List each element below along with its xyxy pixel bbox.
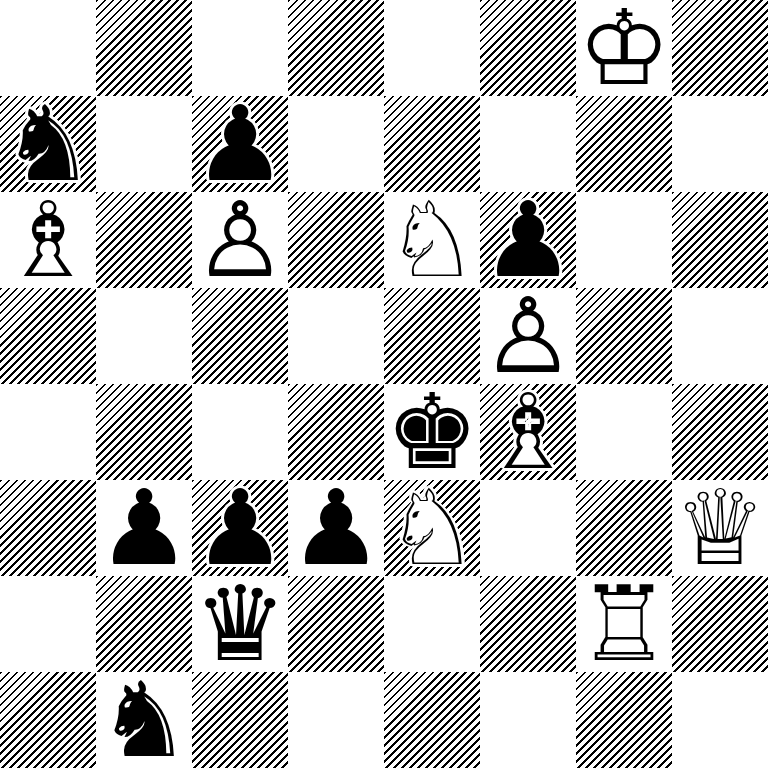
chessboard: ♚♔♞♞♟♟♝♗♟♙♞♘♟♟♟♙♚♚♝♗♟♟♟♟♟♟♞♘♛♕♛♛♜♖♞♞ xyxy=(0,0,768,768)
square-e6[interactable]: ♞♘ xyxy=(384,192,480,288)
square-d5[interactable] xyxy=(288,288,384,384)
square-h6[interactable] xyxy=(672,192,768,288)
square-b3[interactable]: ♟♟ xyxy=(96,480,192,576)
white-knight-icon: ♞♘ xyxy=(384,480,480,576)
square-a6[interactable]: ♝♗ xyxy=(0,192,96,288)
square-b7[interactable] xyxy=(96,96,192,192)
square-f4[interactable]: ♝♗ xyxy=(480,384,576,480)
square-e3[interactable]: ♞♘ xyxy=(384,480,480,576)
square-g7[interactable] xyxy=(576,96,672,192)
square-c2[interactable]: ♛♛ xyxy=(192,576,288,672)
square-f5[interactable]: ♟♙ xyxy=(480,288,576,384)
square-h5[interactable] xyxy=(672,288,768,384)
square-c6[interactable]: ♟♙ xyxy=(192,192,288,288)
square-h7[interactable] xyxy=(672,96,768,192)
square-b5[interactable] xyxy=(96,288,192,384)
square-d1[interactable] xyxy=(288,672,384,768)
black-knight-icon: ♞♞ xyxy=(96,672,192,768)
square-c3[interactable]: ♟♟ xyxy=(192,480,288,576)
square-g8[interactable]: ♚♔ xyxy=(576,0,672,96)
white-queen-icon: ♛♕ xyxy=(672,480,768,576)
black-pawn-icon: ♟♟ xyxy=(192,96,288,192)
square-e5[interactable] xyxy=(384,288,480,384)
black-pawn-icon: ♟♟ xyxy=(288,480,384,576)
white-bishop-icon: ♝♗ xyxy=(0,192,96,288)
square-g2[interactable]: ♜♖ xyxy=(576,576,672,672)
square-a3[interactable] xyxy=(0,480,96,576)
square-e4[interactable]: ♚♚ xyxy=(384,384,480,480)
square-g1[interactable] xyxy=(576,672,672,768)
black-pawn-icon: ♟♟ xyxy=(480,192,576,288)
white-pawn-icon: ♟♙ xyxy=(192,192,288,288)
square-g3[interactable] xyxy=(576,480,672,576)
square-a4[interactable] xyxy=(0,384,96,480)
square-b6[interactable] xyxy=(96,192,192,288)
square-f7[interactable] xyxy=(480,96,576,192)
square-e7[interactable] xyxy=(384,96,480,192)
white-pawn-icon: ♟♙ xyxy=(480,288,576,384)
square-c5[interactable] xyxy=(192,288,288,384)
square-e2[interactable] xyxy=(384,576,480,672)
square-c8[interactable] xyxy=(192,0,288,96)
white-rook-icon: ♜♖ xyxy=(576,576,672,672)
square-a1[interactable] xyxy=(0,672,96,768)
black-pawn-icon: ♟♟ xyxy=(192,480,288,576)
black-pawn-icon: ♟♟ xyxy=(96,480,192,576)
square-b8[interactable] xyxy=(96,0,192,96)
square-c7[interactable]: ♟♟ xyxy=(192,96,288,192)
square-f3[interactable] xyxy=(480,480,576,576)
square-d4[interactable] xyxy=(288,384,384,480)
square-a5[interactable] xyxy=(0,288,96,384)
square-h2[interactable] xyxy=(672,576,768,672)
square-f6[interactable]: ♟♟ xyxy=(480,192,576,288)
square-e8[interactable] xyxy=(384,0,480,96)
square-g6[interactable] xyxy=(576,192,672,288)
square-f1[interactable] xyxy=(480,672,576,768)
square-c4[interactable] xyxy=(192,384,288,480)
square-b4[interactable] xyxy=(96,384,192,480)
square-f8[interactable] xyxy=(480,0,576,96)
black-queen-icon: ♛♛ xyxy=(192,576,288,672)
square-c1[interactable] xyxy=(192,672,288,768)
square-a2[interactable] xyxy=(0,576,96,672)
square-d2[interactable] xyxy=(288,576,384,672)
square-b1[interactable]: ♞♞ xyxy=(96,672,192,768)
square-d3[interactable]: ♟♟ xyxy=(288,480,384,576)
square-a7[interactable]: ♞♞ xyxy=(0,96,96,192)
square-d6[interactable] xyxy=(288,192,384,288)
black-king-icon: ♚♚ xyxy=(384,384,480,480)
square-g4[interactable] xyxy=(576,384,672,480)
white-bishop-icon: ♝♗ xyxy=(480,384,576,480)
square-h3[interactable]: ♛♕ xyxy=(672,480,768,576)
square-d8[interactable] xyxy=(288,0,384,96)
white-king-icon: ♚♔ xyxy=(576,0,672,96)
square-h8[interactable] xyxy=(672,0,768,96)
square-e1[interactable] xyxy=(384,672,480,768)
square-h1[interactable] xyxy=(672,672,768,768)
square-g5[interactable] xyxy=(576,288,672,384)
square-h4[interactable] xyxy=(672,384,768,480)
square-f2[interactable] xyxy=(480,576,576,672)
square-a8[interactable] xyxy=(0,0,96,96)
black-knight-icon: ♞♞ xyxy=(0,96,96,192)
square-b2[interactable] xyxy=(96,576,192,672)
square-d7[interactable] xyxy=(288,96,384,192)
white-knight-icon: ♞♘ xyxy=(384,192,480,288)
